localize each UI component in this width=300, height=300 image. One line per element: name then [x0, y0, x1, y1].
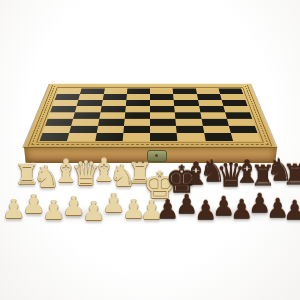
board-square [227, 119, 255, 126]
board-square [150, 112, 176, 119]
board-square [45, 119, 73, 126]
board-square [202, 126, 230, 133]
board-square [69, 126, 97, 133]
board-square [98, 119, 125, 126]
board-square [150, 119, 176, 126]
board-square [150, 126, 177, 133]
board-square [67, 133, 96, 141]
board-square [204, 133, 233, 141]
board-square [99, 112, 125, 119]
board-square [40, 133, 70, 141]
board-square [150, 133, 178, 141]
board-square [177, 133, 205, 141]
board-square [95, 133, 123, 141]
board-square [96, 126, 124, 133]
board-square [122, 133, 150, 141]
board-square [231, 133, 261, 141]
board-square [73, 112, 100, 119]
board-square [124, 119, 150, 126]
board-square [176, 119, 203, 126]
board-square [42, 126, 71, 133]
board-square [48, 112, 75, 119]
piece-dark-rook: ♜ [282, 161, 300, 189]
product-photo-chess-set: ♜♞♝♛♝♞♜♚♟♟♟♟♟♟♟♟♚♝♞♛♝♜♞♜♟♟♟♟♟♟♟♟ [0, 0, 300, 300]
folded-chess-box-top [24, 84, 276, 148]
board-square [175, 112, 201, 119]
board-square [123, 126, 150, 133]
board-square [71, 119, 98, 126]
board-square [176, 126, 204, 133]
piece-dark-pawn: ♟ [283, 197, 300, 223]
board-square [225, 112, 252, 119]
board-square [229, 126, 258, 133]
board-square [200, 112, 227, 119]
board-square [124, 112, 150, 119]
board-square [201, 119, 228, 126]
checkerboard-grid [40, 88, 261, 140]
